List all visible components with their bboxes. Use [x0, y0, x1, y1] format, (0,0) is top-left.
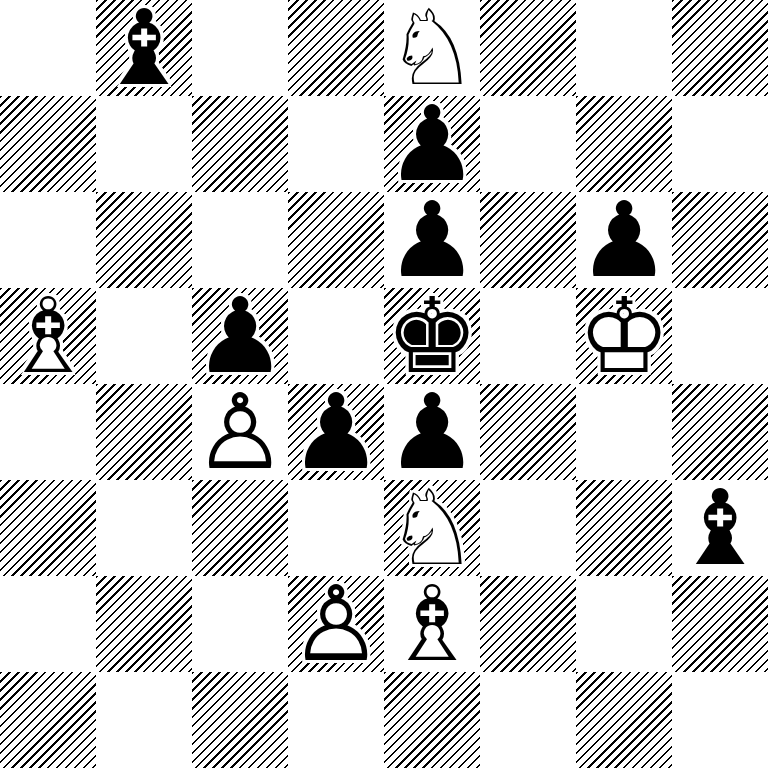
square-e3[interactable]: ♞♘: [384, 480, 480, 576]
black-pawn-halo: ♟: [384, 96, 480, 192]
square-h6[interactable]: [672, 192, 768, 288]
square-c4[interactable]: ♟♙: [192, 384, 288, 480]
square-c3[interactable]: [192, 480, 288, 576]
square-d5[interactable]: [288, 288, 384, 384]
square-d3[interactable]: [288, 480, 384, 576]
square-d8[interactable]: [288, 0, 384, 96]
square-g1[interactable]: [576, 672, 672, 768]
white-pawn: ♙: [192, 384, 288, 480]
white-knight: ♘: [384, 480, 480, 576]
square-h1[interactable]: [672, 672, 768, 768]
square-c6[interactable]: [192, 192, 288, 288]
square-e2[interactable]: ♝♗: [384, 576, 480, 672]
square-h2[interactable]: [672, 576, 768, 672]
white-pawn-halo: ♟: [192, 384, 288, 480]
square-g8[interactable]: [576, 0, 672, 96]
square-h8[interactable]: [672, 0, 768, 96]
white-pawn: ♙: [288, 576, 384, 672]
square-e6[interactable]: ♟♟: [384, 192, 480, 288]
square-f1[interactable]: [480, 672, 576, 768]
white-knight-halo: ♞: [384, 480, 480, 576]
square-b5[interactable]: [96, 288, 192, 384]
square-a2[interactable]: [0, 576, 96, 672]
square-h7[interactable]: [672, 96, 768, 192]
white-bishop-halo: ♝: [384, 576, 480, 672]
black-pawn: ♟: [384, 384, 480, 480]
white-king-halo: ♚: [576, 288, 672, 384]
black-bishop: ♝: [96, 0, 192, 96]
square-g7[interactable]: [576, 96, 672, 192]
black-bishop-halo: ♝: [672, 480, 768, 576]
square-a3[interactable]: [0, 480, 96, 576]
square-b7[interactable]: [96, 96, 192, 192]
square-b2[interactable]: [96, 576, 192, 672]
square-c2[interactable]: [192, 576, 288, 672]
black-pawn-halo: ♟: [576, 192, 672, 288]
square-g4[interactable]: [576, 384, 672, 480]
black-king-halo: ♚: [384, 288, 480, 384]
black-pawn-halo: ♟: [384, 384, 480, 480]
square-f8[interactable]: [480, 0, 576, 96]
black-pawn: ♟: [192, 288, 288, 384]
square-d4[interactable]: ♟♟: [288, 384, 384, 480]
square-c5[interactable]: ♟♟: [192, 288, 288, 384]
square-e8[interactable]: ♞♘: [384, 0, 480, 96]
square-b4[interactable]: [96, 384, 192, 480]
square-e1[interactable]: [384, 672, 480, 768]
square-a8[interactable]: [0, 0, 96, 96]
square-g5[interactable]: ♚♔: [576, 288, 672, 384]
square-d6[interactable]: [288, 192, 384, 288]
square-f7[interactable]: [480, 96, 576, 192]
square-b8[interactable]: ♝♝: [96, 0, 192, 96]
black-bishop: ♝: [672, 480, 768, 576]
black-pawn: ♟: [288, 384, 384, 480]
white-pawn-halo: ♟: [288, 576, 384, 672]
black-pawn-halo: ♟: [288, 384, 384, 480]
square-c1[interactable]: [192, 672, 288, 768]
square-f4[interactable]: [480, 384, 576, 480]
square-g6[interactable]: ♟♟: [576, 192, 672, 288]
square-e7[interactable]: ♟♟: [384, 96, 480, 192]
white-bishop: ♗: [0, 288, 96, 384]
square-d1[interactable]: [288, 672, 384, 768]
square-b1[interactable]: [96, 672, 192, 768]
black-king: ♚: [384, 288, 480, 384]
square-f6[interactable]: [480, 192, 576, 288]
square-c8[interactable]: [192, 0, 288, 96]
square-f2[interactable]: [480, 576, 576, 672]
square-b3[interactable]: [96, 480, 192, 576]
square-a4[interactable]: [0, 384, 96, 480]
square-e4[interactable]: ♟♟: [384, 384, 480, 480]
white-knight-halo: ♞: [384, 0, 480, 96]
black-pawn: ♟: [384, 96, 480, 192]
white-bishop-halo: ♝: [0, 288, 96, 384]
black-bishop-halo: ♝: [96, 0, 192, 96]
black-pawn: ♟: [384, 192, 480, 288]
black-pawn-halo: ♟: [384, 192, 480, 288]
square-h3[interactable]: ♝♝: [672, 480, 768, 576]
square-a7[interactable]: [0, 96, 96, 192]
square-f3[interactable]: [480, 480, 576, 576]
square-a5[interactable]: ♝♗: [0, 288, 96, 384]
square-a1[interactable]: [0, 672, 96, 768]
black-pawn-halo: ♟: [192, 288, 288, 384]
square-e5[interactable]: ♚♚: [384, 288, 480, 384]
square-h4[interactable]: [672, 384, 768, 480]
white-bishop: ♗: [384, 576, 480, 672]
square-b6[interactable]: [96, 192, 192, 288]
square-g3[interactable]: [576, 480, 672, 576]
white-knight: ♘: [384, 0, 480, 96]
square-a6[interactable]: [0, 192, 96, 288]
square-g2[interactable]: [576, 576, 672, 672]
square-d7[interactable]: [288, 96, 384, 192]
square-d2[interactable]: ♟♙: [288, 576, 384, 672]
black-pawn: ♟: [576, 192, 672, 288]
square-f5[interactable]: [480, 288, 576, 384]
square-c7[interactable]: [192, 96, 288, 192]
square-h5[interactable]: [672, 288, 768, 384]
white-king: ♔: [576, 288, 672, 384]
chess-board: ♝♝♞♘♟♟♟♟♟♟♝♗♟♟♚♚♚♔♟♙♟♟♟♟♞♘♝♝♟♙♝♗: [0, 0, 768, 768]
